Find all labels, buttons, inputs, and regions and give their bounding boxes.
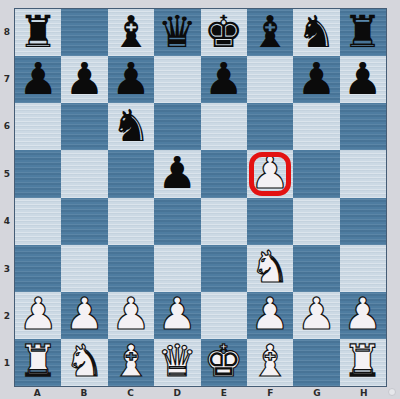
- file-label-c: C: [107, 388, 154, 398]
- piece-white-knight[interactable]: ♞: [250, 245, 289, 289]
- square-b8[interactable]: [61, 9, 107, 56]
- rank-label-4: 4: [0, 198, 14, 245]
- file-label-b: B: [61, 388, 108, 398]
- piece-black-bishop[interactable]: ♝: [111, 10, 150, 54]
- file-label-f: F: [247, 388, 294, 398]
- piece-black-knight[interactable]: ♞: [111, 104, 150, 148]
- square-f3[interactable]: ♞: [247, 245, 293, 292]
- square-g2[interactable]: ♟: [293, 292, 339, 339]
- square-g4[interactable]: [293, 198, 339, 245]
- square-g1[interactable]: [293, 339, 339, 386]
- square-d7[interactable]: [154, 56, 200, 103]
- square-a8[interactable]: ♜: [15, 9, 61, 56]
- square-e7[interactable]: ♟: [201, 56, 247, 103]
- file-label-h: H: [340, 388, 387, 398]
- file-label-g: G: [294, 388, 341, 398]
- piece-white-pawn[interactable]: ♟: [250, 151, 289, 195]
- piece-black-pawn[interactable]: ♟: [204, 57, 243, 101]
- square-a6[interactable]: [15, 103, 61, 150]
- square-g7[interactable]: ♟: [293, 56, 339, 103]
- square-c6[interactable]: ♞: [108, 103, 154, 150]
- piece-white-pawn[interactable]: ♟: [343, 292, 382, 336]
- square-c1[interactable]: ♝: [108, 339, 154, 386]
- piece-black-rook[interactable]: ♜: [18, 10, 57, 54]
- piece-black-bishop[interactable]: ♝: [250, 10, 289, 54]
- square-c8[interactable]: ♝: [108, 9, 154, 56]
- piece-black-pawn[interactable]: ♟: [343, 57, 382, 101]
- piece-black-queen[interactable]: ♛: [158, 10, 197, 54]
- square-c5[interactable]: [108, 150, 154, 197]
- square-c2[interactable]: ♟: [108, 292, 154, 339]
- piece-white-pawn[interactable]: ♟: [158, 292, 197, 336]
- piece-white-knight[interactable]: ♞: [65, 339, 104, 383]
- square-c4[interactable]: [108, 198, 154, 245]
- square-b7[interactable]: ♟: [61, 56, 107, 103]
- piece-black-knight[interactable]: ♞: [297, 10, 336, 54]
- square-g8[interactable]: ♞: [293, 9, 339, 56]
- piece-black-pawn[interactable]: ♟: [158, 151, 197, 195]
- square-a1[interactable]: ♜: [15, 339, 61, 386]
- square-d6[interactable]: [154, 103, 200, 150]
- square-h5[interactable]: [340, 150, 386, 197]
- piece-white-rook[interactable]: ♜: [343, 339, 382, 383]
- square-b3[interactable]: [61, 245, 107, 292]
- rank-label-7: 7: [0, 55, 14, 102]
- rank-label-6: 6: [0, 103, 14, 150]
- file-label-a: A: [14, 388, 61, 398]
- rank-label-3: 3: [0, 245, 14, 292]
- piece-white-pawn[interactable]: ♟: [250, 292, 289, 336]
- square-a2[interactable]: ♟: [15, 292, 61, 339]
- square-g3[interactable]: [293, 245, 339, 292]
- piece-black-pawn[interactable]: ♟: [65, 57, 104, 101]
- piece-white-pawn[interactable]: ♟: [111, 292, 150, 336]
- square-b5[interactable]: [61, 150, 107, 197]
- rank-label-8: 8: [0, 8, 14, 55]
- square-a5[interactable]: [15, 150, 61, 197]
- square-d2[interactable]: ♟: [154, 292, 200, 339]
- square-d5[interactable]: ♟: [154, 150, 200, 197]
- piece-white-bishop[interactable]: ♝: [250, 339, 289, 383]
- square-f5[interactable]: ♟: [247, 150, 293, 197]
- square-h1[interactable]: ♜: [340, 339, 386, 386]
- resize-grip-dot: [388, 388, 396, 396]
- square-e6[interactable]: [201, 103, 247, 150]
- piece-black-rook[interactable]: ♜: [343, 10, 382, 54]
- square-e4[interactable]: [201, 198, 247, 245]
- square-b2[interactable]: ♟: [61, 292, 107, 339]
- square-f2[interactable]: ♟: [247, 292, 293, 339]
- square-h7[interactable]: ♟: [340, 56, 386, 103]
- piece-white-king[interactable]: ♚: [204, 339, 243, 383]
- square-e2[interactable]: [201, 292, 247, 339]
- square-h8[interactable]: ♜: [340, 9, 386, 56]
- piece-black-pawn[interactable]: ♟: [297, 57, 336, 101]
- square-a4[interactable]: [15, 198, 61, 245]
- piece-black-king[interactable]: ♚: [204, 10, 243, 54]
- square-f8[interactable]: ♝: [247, 9, 293, 56]
- square-e3[interactable]: [201, 245, 247, 292]
- square-f4[interactable]: [247, 198, 293, 245]
- square-f6[interactable]: [247, 103, 293, 150]
- piece-white-pawn[interactable]: ♟: [297, 292, 336, 336]
- square-c3[interactable]: [108, 245, 154, 292]
- piece-white-pawn[interactable]: ♟: [18, 292, 57, 336]
- square-d4[interactable]: [154, 198, 200, 245]
- square-a3[interactable]: [15, 245, 61, 292]
- piece-white-queen[interactable]: ♛: [158, 339, 197, 383]
- rank-label-5: 5: [0, 150, 14, 197]
- square-d8[interactable]: ♛: [154, 9, 200, 56]
- chess-app-window: 87654321 ♜♝♛♚♝♞♜♟♟♟♟♟♟♞♟♟♞♟♟♟♟♟♟♟♜♞♝♛♚♝♜…: [0, 0, 400, 399]
- file-label-d: D: [154, 388, 201, 398]
- file-label-e: E: [201, 388, 248, 398]
- square-h4[interactable]: [340, 198, 386, 245]
- square-h2[interactable]: ♟: [340, 292, 386, 339]
- piece-white-bishop[interactable]: ♝: [111, 339, 150, 383]
- square-c7[interactable]: ♟: [108, 56, 154, 103]
- square-b1[interactable]: ♞: [61, 339, 107, 386]
- square-f7[interactable]: [247, 56, 293, 103]
- square-f1[interactable]: ♝: [247, 339, 293, 386]
- square-d3[interactable]: [154, 245, 200, 292]
- square-e1[interactable]: ♚: [201, 339, 247, 386]
- rank-label-2: 2: [0, 292, 14, 339]
- square-b6[interactable]: [61, 103, 107, 150]
- piece-white-rook[interactable]: ♜: [18, 339, 57, 383]
- chess-board: ♜♝♛♚♝♞♜♟♟♟♟♟♟♞♟♟♞♟♟♟♟♟♟♟♜♞♝♛♚♝♜: [14, 8, 387, 387]
- square-e8[interactable]: ♚: [201, 9, 247, 56]
- square-a7[interactable]: ♟: [15, 56, 61, 103]
- square-g5[interactable]: [293, 150, 339, 197]
- rank-label-1: 1: [0, 340, 14, 387]
- square-b4[interactable]: [61, 198, 107, 245]
- piece-white-pawn[interactable]: ♟: [65, 292, 104, 336]
- piece-black-pawn[interactable]: ♟: [18, 57, 57, 101]
- piece-black-pawn[interactable]: ♟: [111, 57, 150, 101]
- square-h3[interactable]: [340, 245, 386, 292]
- square-d1[interactable]: ♛: [154, 339, 200, 386]
- rank-labels: 87654321: [0, 8, 14, 387]
- square-e5[interactable]: [201, 150, 247, 197]
- square-h6[interactable]: [340, 103, 386, 150]
- square-g6[interactable]: [293, 103, 339, 150]
- file-labels: ABCDEFGH: [14, 386, 387, 399]
